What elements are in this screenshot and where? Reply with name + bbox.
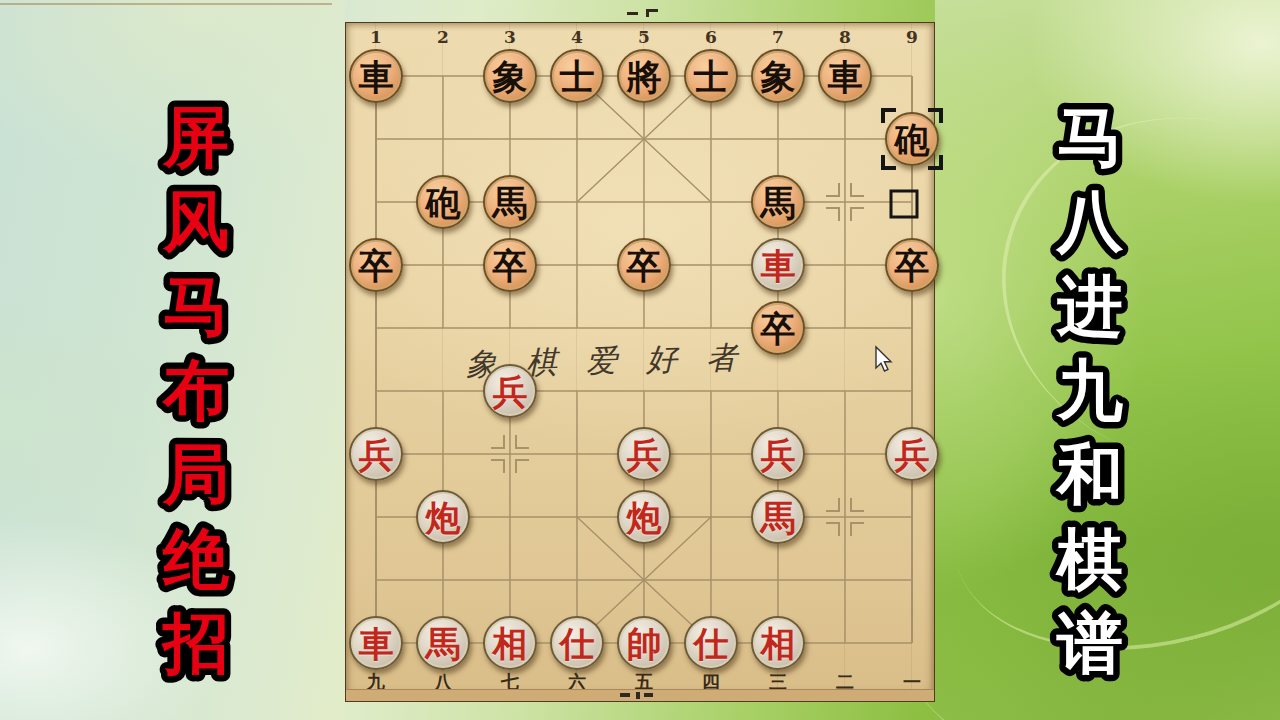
- leaf-stem-decoration: [957, 69, 1280, 511]
- left-title-char: 局: [162, 437, 229, 511]
- cutoff-fragment-bottom: [636, 692, 640, 699]
- piece-red-soldier[interactable]: 兵: [885, 427, 939, 481]
- piece-black-horse[interactable]: 馬: [751, 175, 805, 229]
- piece-black-soldier[interactable]: 卒: [885, 238, 939, 292]
- background-right-leaves: [935, 0, 1280, 720]
- piece-black-cannon[interactable]: 砲: [885, 112, 939, 166]
- piece-black-soldier[interactable]: 卒: [483, 238, 537, 292]
- top-hairline-decoration: [0, 3, 332, 5]
- right-title-char: 八: [1055, 184, 1124, 258]
- piece-black-cannon[interactable]: 砲: [416, 175, 470, 229]
- background-left-leaves: [0, 0, 345, 720]
- stage: 123456789 象棋爱好者 車象士將士象車砲砲馬馬卒卒卒卒卒車兵兵兵兵兵炮炮…: [0, 0, 1280, 720]
- piece-black-advisor[interactable]: 士: [684, 49, 738, 103]
- cutoff-fragment-top: [646, 9, 649, 17]
- cutoff-fragment-bottom: [620, 693, 630, 697]
- piece-black-horse[interactable]: 馬: [483, 175, 537, 229]
- piece-black-elephant[interactable]: 象: [483, 49, 537, 103]
- right-title-char: 九: [1055, 353, 1123, 427]
- cutoff-fragment-bottom: [644, 693, 653, 697]
- left-title-char: 招: [161, 606, 229, 680]
- piece-red-soldier[interactable]: 兵: [483, 364, 537, 418]
- piece-red-chariot[interactable]: 車: [349, 616, 403, 670]
- piece-red-cannon[interactable]: 炮: [416, 490, 470, 544]
- left-title-char: 绝: [162, 522, 230, 596]
- left-title-char: 布: [161, 353, 229, 427]
- piece-black-chariot[interactable]: 車: [818, 49, 872, 103]
- cutoff-fragment-top: [627, 12, 638, 15]
- right-title-char: 谱: [1056, 606, 1123, 680]
- piece-black-general[interactable]: 將: [617, 49, 671, 103]
- piece-red-horse[interactable]: 馬: [751, 490, 805, 544]
- left-title-char: 屏: [162, 100, 229, 174]
- piece-red-chariot[interactable]: 車: [751, 238, 805, 292]
- piece-red-cannon[interactable]: 炮: [617, 490, 671, 544]
- piece-black-soldier[interactable]: 卒: [751, 301, 805, 355]
- piece-red-horse[interactable]: 馬: [416, 616, 470, 670]
- leaf-stem-decoration: [885, 446, 1280, 720]
- right-title-char: 和: [1055, 437, 1123, 511]
- piece-red-general[interactable]: 帥: [617, 616, 671, 670]
- left-title-char: 风: [162, 184, 229, 258]
- piece-black-soldier[interactable]: 卒: [349, 238, 403, 292]
- piece-red-advisor[interactable]: 仕: [684, 616, 738, 670]
- piece-black-chariot[interactable]: 車: [349, 49, 403, 103]
- piece-black-elephant[interactable]: 象: [751, 49, 805, 103]
- pieces-layer: 車象士將士象車砲砲馬馬卒卒卒卒卒車兵兵兵兵兵炮炮馬車馬相仕帥仕相: [346, 23, 934, 701]
- right-title-char: 马: [1057, 100, 1123, 174]
- piece-black-advisor[interactable]: 士: [550, 49, 604, 103]
- piece-red-elephant[interactable]: 相: [751, 616, 805, 670]
- piece-red-elephant[interactable]: 相: [483, 616, 537, 670]
- piece-red-advisor[interactable]: 仕: [550, 616, 604, 670]
- right-title-char: 棋: [1055, 522, 1123, 596]
- piece-black-soldier[interactable]: 卒: [617, 238, 671, 292]
- piece-red-soldier[interactable]: 兵: [617, 427, 671, 481]
- leaf-stem-decoration: [924, 333, 1280, 691]
- piece-red-soldier[interactable]: 兵: [349, 427, 403, 481]
- mouse-cursor: [874, 345, 900, 377]
- xiangqi-board[interactable]: 123456789 象棋爱好者 車象士將士象車砲砲馬馬卒卒卒卒卒車兵兵兵兵兵炮炮…: [345, 22, 935, 702]
- right-title-char: 进: [1055, 269, 1123, 343]
- piece-red-soldier[interactable]: 兵: [751, 427, 805, 481]
- left-title-char: 马: [163, 269, 229, 343]
